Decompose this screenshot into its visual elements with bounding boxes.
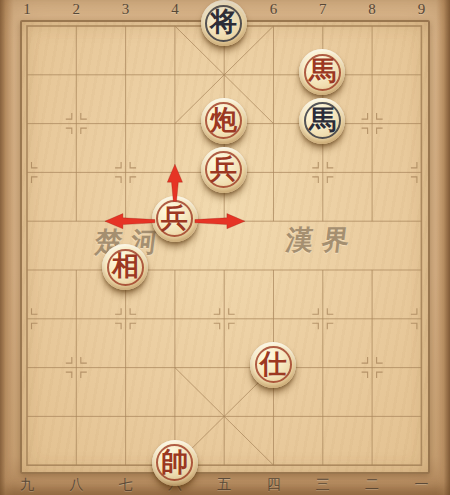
red-general[interactable]: 帥 xyxy=(152,440,198,486)
red-cannon-glyph: 炮 xyxy=(210,107,237,134)
xiangqi-board: 123456789 九八七六五四三二一 楚河 漢界 将馬炮馬兵兵相仕帥 xyxy=(0,0,450,495)
red-horse[interactable]: 馬 xyxy=(299,49,345,95)
piece-grid[interactable]: 将馬炮馬兵兵相仕帥 xyxy=(2,2,446,490)
red-elephant[interactable]: 相 xyxy=(102,244,148,290)
red-soldier-glyph: 兵 xyxy=(210,156,237,183)
red-horse-glyph: 馬 xyxy=(309,58,336,85)
black-general[interactable]: 将 xyxy=(201,0,247,46)
red-advisor-glyph: 仕 xyxy=(260,351,287,378)
black-general-glyph: 将 xyxy=(210,9,237,36)
red-elephant-glyph: 相 xyxy=(112,253,139,280)
red-cannon[interactable]: 炮 xyxy=(201,98,247,144)
black-horse-glyph: 馬 xyxy=(309,107,336,134)
red-advisor[interactable]: 仕 xyxy=(250,342,296,388)
red-soldier[interactable]: 兵 xyxy=(201,147,247,193)
black-horse[interactable]: 馬 xyxy=(299,98,345,144)
red-soldier[interactable]: 兵 xyxy=(152,196,198,242)
red-general-glyph: 帥 xyxy=(161,449,188,476)
red-soldier-glyph: 兵 xyxy=(161,205,188,232)
